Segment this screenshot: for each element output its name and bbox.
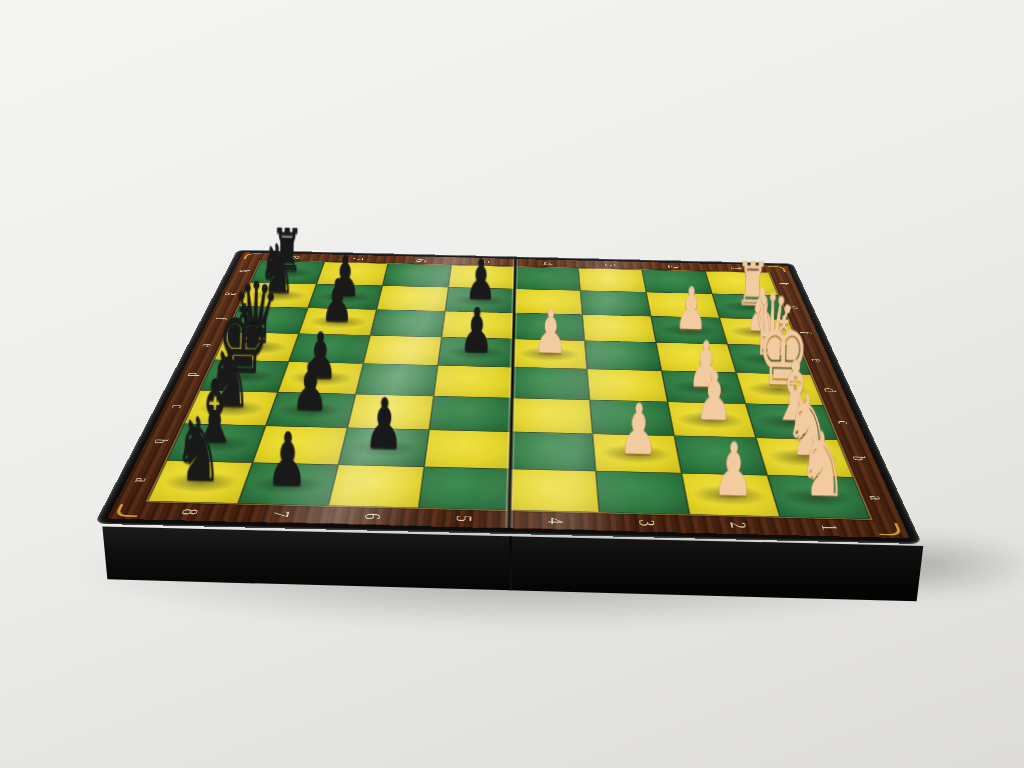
file-label-right-c: c bbox=[806, 415, 882, 430]
rank-label-far-4: 4 bbox=[536, 252, 557, 276]
file-label-right-e: e bbox=[783, 354, 852, 367]
rank-label-near-4: 4 bbox=[539, 496, 570, 547]
square-e4: ♟ bbox=[512, 339, 587, 369]
square-f6 bbox=[370, 310, 445, 338]
square-b6: ♟ bbox=[338, 428, 429, 467]
piece-white-pawn: ♟ bbox=[618, 396, 658, 463]
file-label-right-h: h bbox=[754, 279, 815, 289]
chess-board-tray: 87654321 87654321 hgfedcba hgfedcba ♜♞♟♟… bbox=[94, 250, 922, 544]
square-e6 bbox=[363, 335, 441, 365]
file-label-left-g: g bbox=[201, 289, 265, 300]
piece-black-pawn: ♟ bbox=[364, 390, 404, 457]
piece-black-pawn: ♟ bbox=[266, 424, 308, 494]
rank-label-far-6: 6 bbox=[408, 249, 433, 273]
board-tilt-wrapper: 87654321 87654321 hgfedcba hgfedcba ♜♞♟♟… bbox=[0, 0, 1024, 768]
file-label-right-b: b bbox=[820, 450, 900, 466]
piece-black-pawn: ♟ bbox=[459, 301, 494, 359]
piece-white-pawn: ♟ bbox=[712, 435, 754, 505]
gold-corner-ornament bbox=[875, 523, 903, 536]
square-d5 bbox=[434, 365, 513, 398]
square-e3 bbox=[585, 341, 662, 371]
square-g3 bbox=[580, 291, 651, 317]
file-label-right-d: d bbox=[794, 383, 866, 397]
square-d4 bbox=[512, 367, 590, 400]
square-c5 bbox=[429, 396, 512, 432]
square-c4 bbox=[511, 398, 593, 434]
file-label-left-b: b bbox=[120, 433, 201, 449]
file-label-left-d: d bbox=[157, 368, 230, 382]
rank-label-far-5: 5 bbox=[472, 250, 494, 274]
file-label-right-a: a bbox=[835, 489, 920, 507]
square-b5 bbox=[424, 430, 511, 469]
square-g6 bbox=[377, 286, 449, 312]
piece-white-pawn: ♟ bbox=[533, 303, 568, 361]
board-wood-frame: 87654321 87654321 hgfedcba hgfedcba ♜♞♟♟… bbox=[107, 252, 909, 538]
file-label-left-f: f bbox=[188, 313, 255, 325]
gold-corner-ornament bbox=[768, 266, 786, 272]
piece-black-pawn: ♟ bbox=[291, 355, 329, 419]
file-label-left-c: c bbox=[140, 399, 217, 414]
rank-label-near-5: 5 bbox=[446, 494, 480, 545]
file-label-left-e: e bbox=[173, 339, 243, 351]
rank-label-far-3: 3 bbox=[598, 253, 622, 278]
photo-scene: 87654321 87654321 hgfedcba hgfedcba ♜♞♟♟… bbox=[0, 0, 1024, 768]
square-b4 bbox=[510, 432, 596, 471]
square-e5: ♟ bbox=[438, 337, 513, 367]
square-f3 bbox=[582, 315, 656, 343]
board-perspective-wrapper: 87654321 87654321 hgfedcba hgfedcba ♜♞♟♟… bbox=[94, 0, 940, 544]
gold-corner-ornament bbox=[114, 504, 143, 517]
file-label-left-h: h bbox=[214, 266, 275, 276]
file-label-right-g: g bbox=[763, 302, 826, 313]
square-b3: ♟ bbox=[593, 434, 682, 473]
rank-label-far-2: 2 bbox=[660, 255, 686, 280]
file-label-left-a: a bbox=[99, 471, 184, 489]
file-label-right-f: f bbox=[773, 327, 839, 339]
piece-white-pawn: ♟ bbox=[695, 365, 733, 429]
